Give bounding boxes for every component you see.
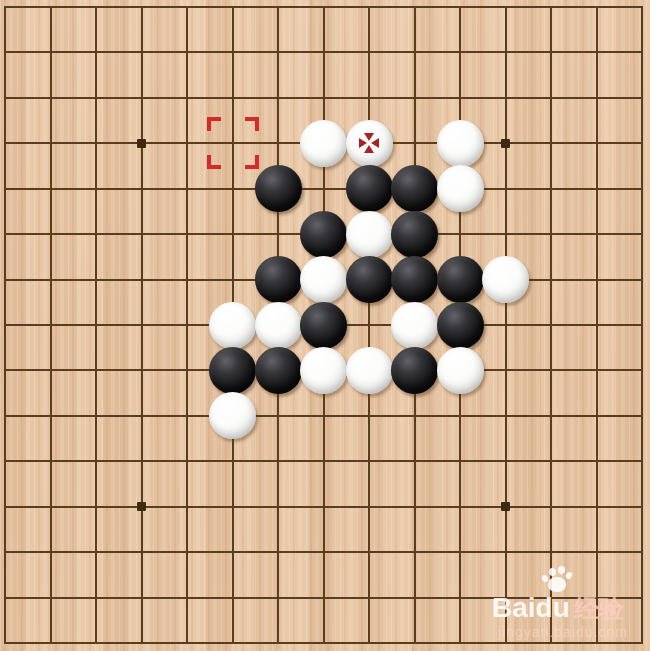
grid-cell (459, 51, 505, 96)
grid-cell (596, 51, 642, 96)
grid-cell (550, 233, 596, 278)
grid-cell (277, 415, 323, 460)
cross-arm (371, 138, 379, 148)
grid-cell (368, 6, 414, 51)
black-stone (255, 256, 302, 303)
grid-cell (4, 415, 50, 460)
grid-cell (596, 6, 642, 51)
grid-cell (550, 369, 596, 414)
watermark: Baidu经验 jingyan.baidu.com (492, 566, 648, 640)
grid-cell (95, 6, 141, 51)
grid-cell (550, 415, 596, 460)
grid-cell (414, 6, 460, 51)
white-stone (437, 120, 484, 167)
bracket-corner (245, 117, 259, 131)
black-stone (255, 165, 302, 212)
grid-cell (277, 51, 323, 96)
grid-cell (414, 460, 460, 505)
white-stone (437, 347, 484, 394)
white-stone (209, 302, 256, 349)
grid-cell (186, 551, 232, 596)
grid-cell (50, 324, 96, 369)
grid-cell (232, 51, 278, 96)
grid-cell (414, 51, 460, 96)
grid-cell (4, 369, 50, 414)
last-move-marker (359, 133, 379, 153)
grid-cell (596, 233, 642, 278)
grid-cell (141, 279, 187, 324)
grid-cell (186, 460, 232, 505)
grid-cell (141, 51, 187, 96)
grid-cell (277, 551, 323, 596)
grid-cell (232, 551, 278, 596)
grid-cell (95, 97, 141, 142)
grid-cell (50, 415, 96, 460)
grid-cell (186, 6, 232, 51)
grid-cell (4, 551, 50, 596)
grid-cell (323, 506, 369, 551)
grid-cell (186, 597, 232, 642)
white-stone (300, 347, 347, 394)
grid-cell (4, 324, 50, 369)
grid-cell (596, 97, 642, 142)
screenshot: Baidu经验 jingyan.baidu.com (0, 0, 650, 651)
grid-cell (550, 6, 596, 51)
grid-cell (505, 506, 551, 551)
cross-arm (359, 138, 367, 148)
grid-cell (50, 551, 96, 596)
white-stone (300, 256, 347, 303)
black-stone (391, 256, 438, 303)
grid-cell (550, 97, 596, 142)
grid-cell (141, 6, 187, 51)
grid-cell (505, 97, 551, 142)
white-stone (209, 392, 256, 439)
grid-cell (4, 97, 50, 142)
grid-cell (232, 506, 278, 551)
white-stone (346, 211, 393, 258)
grid-cell (550, 506, 596, 551)
gomoku-board[interactable] (0, 0, 650, 651)
grid-cell (414, 597, 460, 642)
grid-cell (141, 324, 187, 369)
grid-cell (368, 51, 414, 96)
grid-cell (50, 506, 96, 551)
grid-cell (4, 233, 50, 278)
grid-cell (459, 460, 505, 505)
watermark-brand: Baidu (492, 592, 570, 623)
grid-cell (459, 6, 505, 51)
grid-cell (50, 188, 96, 233)
grid-cell (323, 597, 369, 642)
white-stone (300, 120, 347, 167)
grid-cell (596, 188, 642, 233)
white-stone (346, 347, 393, 394)
grid-cell (596, 142, 642, 187)
grid-cell (277, 506, 323, 551)
black-stone (437, 256, 484, 303)
grid-cell (414, 506, 460, 551)
grid-cell (50, 597, 96, 642)
grid-cell (95, 506, 141, 551)
grid-cell (141, 233, 187, 278)
grid-cell (95, 551, 141, 596)
star-point (137, 502, 146, 511)
star-point (501, 139, 510, 148)
grid-cell (277, 6, 323, 51)
grid-cell (95, 460, 141, 505)
grid-cell (550, 460, 596, 505)
grid-cell (141, 142, 187, 187)
grid-cell (368, 460, 414, 505)
grid-cell (95, 233, 141, 278)
grid-cell (95, 369, 141, 414)
grid-cell (50, 233, 96, 278)
grid-cell (4, 142, 50, 187)
grid-cell (50, 6, 96, 51)
bracket-corner (207, 117, 221, 131)
grid-cell (95, 142, 141, 187)
grid-cell (505, 6, 551, 51)
grid-cell (505, 142, 551, 187)
grid-cell (277, 597, 323, 642)
grid-cell (505, 460, 551, 505)
grid-cell (50, 142, 96, 187)
grid-cell (505, 188, 551, 233)
grid-cell (95, 597, 141, 642)
black-stone (346, 256, 393, 303)
grid-cell (323, 6, 369, 51)
grid-cell (95, 279, 141, 324)
white-stone (482, 256, 529, 303)
grid-cell (550, 279, 596, 324)
grid-cell (50, 279, 96, 324)
grid-cell (596, 369, 642, 414)
grid-cell (141, 188, 187, 233)
bracket-corner (207, 155, 221, 169)
grid-cell (414, 551, 460, 596)
grid-cell (323, 415, 369, 460)
grid-cell (550, 324, 596, 369)
grid-cell (141, 460, 187, 505)
grid-cell (4, 279, 50, 324)
grid-cell (4, 188, 50, 233)
black-stone (391, 211, 438, 258)
grid-cell (505, 51, 551, 96)
grid-cell (596, 324, 642, 369)
grid-cell (141, 97, 187, 142)
grid-cell (232, 6, 278, 51)
grid-cell (186, 188, 232, 233)
grid-cell (50, 97, 96, 142)
watermark-url: jingyan.baidu.com (498, 624, 628, 640)
grid-cell (368, 551, 414, 596)
black-stone (209, 347, 256, 394)
grid-cell (596, 506, 642, 551)
grid-cell (459, 506, 505, 551)
grid-cell (141, 369, 187, 414)
grid-cell (596, 415, 642, 460)
grid-cell (323, 460, 369, 505)
grid-cell (95, 324, 141, 369)
grid-cell (4, 506, 50, 551)
grid-cell (141, 415, 187, 460)
grid-cell (459, 415, 505, 460)
grid-cell (414, 415, 460, 460)
grid-cell (368, 415, 414, 460)
grid-cell (4, 6, 50, 51)
grid-cell (4, 51, 50, 96)
grid-cell (596, 460, 642, 505)
grid-cell (50, 51, 96, 96)
bracket-corner (245, 155, 259, 169)
black-stone (300, 302, 347, 349)
watermark-brand-suffix: 经验 (574, 594, 624, 622)
star-point (501, 502, 510, 511)
grid-cell (550, 51, 596, 96)
grid-cell (277, 460, 323, 505)
white-stone (437, 165, 484, 212)
grid-cell (323, 51, 369, 96)
grid-cell (505, 415, 551, 460)
black-stone (391, 347, 438, 394)
grid-cell (596, 279, 642, 324)
grid-cell (4, 460, 50, 505)
white-stone (391, 302, 438, 349)
grid-cell (505, 324, 551, 369)
grid-cell (4, 597, 50, 642)
grid-cell (368, 506, 414, 551)
star-point (137, 139, 146, 148)
grid-cell (50, 460, 96, 505)
white-stone (255, 302, 302, 349)
target-marker (207, 117, 259, 169)
grid-cell (186, 506, 232, 551)
grid-cell (95, 188, 141, 233)
black-stone (437, 302, 484, 349)
grid-cell (232, 460, 278, 505)
grid-cell (550, 142, 596, 187)
grid-cell (232, 597, 278, 642)
grid-cell (186, 233, 232, 278)
grid-cell (141, 551, 187, 596)
black-stone (300, 211, 347, 258)
grid-cell (550, 188, 596, 233)
grid-cell (95, 51, 141, 96)
grid-cell (50, 369, 96, 414)
grid-cell (505, 369, 551, 414)
black-stone (391, 165, 438, 212)
grid-cell (95, 415, 141, 460)
grid-cell (186, 51, 232, 96)
black-stone (255, 347, 302, 394)
black-stone (346, 165, 393, 212)
grid-cell (368, 597, 414, 642)
grid-cell (141, 506, 187, 551)
grid-cell (323, 551, 369, 596)
grid-cell (141, 597, 187, 642)
